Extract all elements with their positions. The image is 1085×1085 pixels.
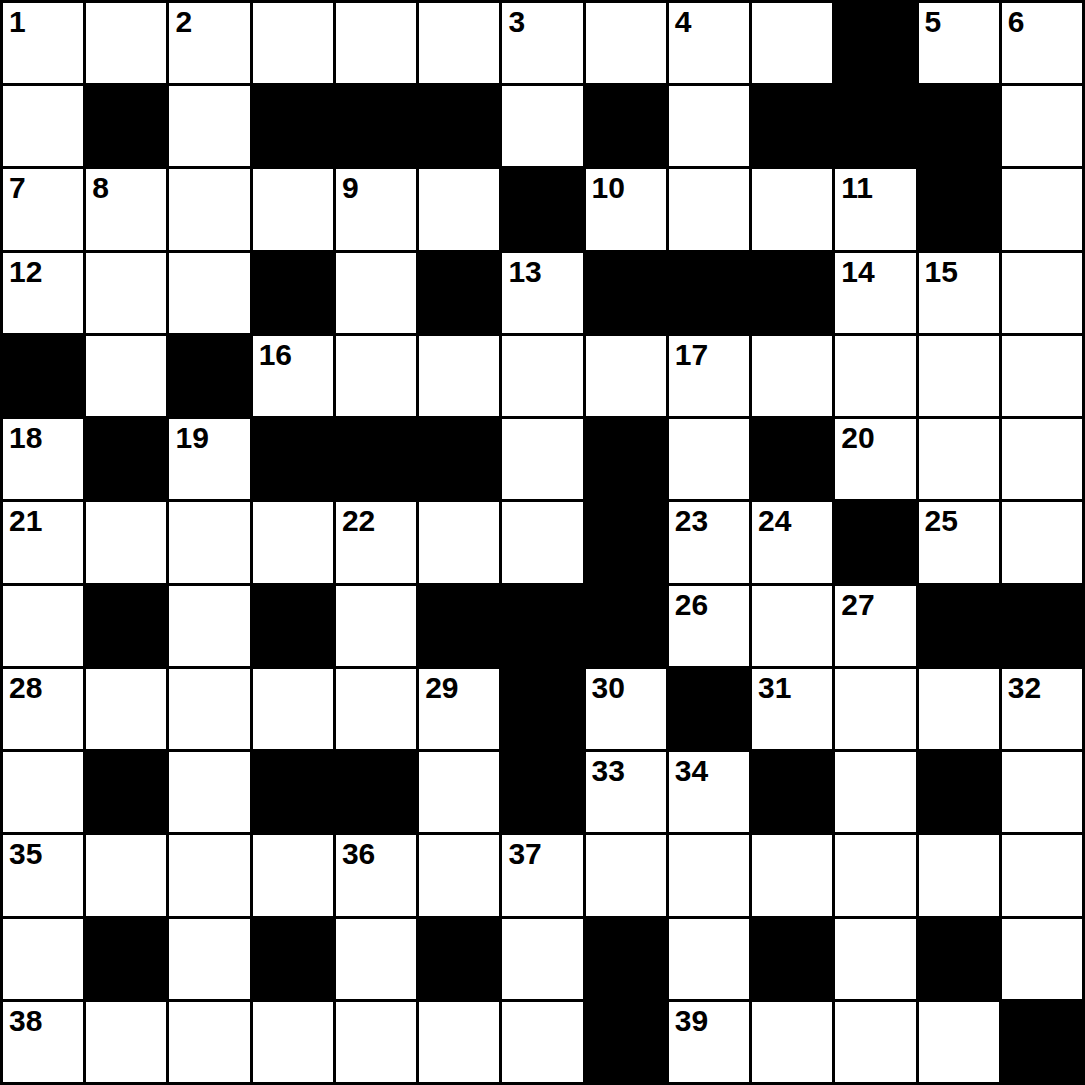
- cell-r9-c2[interactable]: [169, 752, 249, 832]
- clue-number-25: 25: [925, 506, 958, 536]
- cell-r0-c0[interactable]: 1: [3, 3, 83, 83]
- cell-r1-c12[interactable]: [1002, 86, 1082, 166]
- cell-r6-c2[interactable]: [169, 502, 249, 582]
- cell-r11-c2[interactable]: [169, 919, 249, 999]
- cell-r4-c8[interactable]: 17: [669, 336, 749, 416]
- cell-r6-c6[interactable]: [502, 502, 582, 582]
- cell-r8-c3[interactable]: [253, 669, 333, 749]
- black-cell-r1-c4: [336, 86, 416, 166]
- cell-r3-c10[interactable]: 14: [835, 253, 915, 333]
- cell-r10-c11[interactable]: [919, 835, 999, 915]
- black-cell-r3-c7: [586, 253, 666, 333]
- cell-r7-c8[interactable]: 26: [669, 586, 749, 666]
- clue-number-20: 20: [841, 423, 874, 453]
- black-cell-r7-c12: [1002, 586, 1082, 666]
- clue-number-31: 31: [758, 673, 791, 703]
- cell-r7-c4[interactable]: [336, 586, 416, 666]
- clue-number-12: 12: [9, 257, 42, 287]
- cell-r6-c4[interactable]: 22: [336, 502, 416, 582]
- cell-r6-c1[interactable]: [86, 502, 166, 582]
- cell-r12-c3[interactable]: [253, 1002, 333, 1082]
- clue-number-34: 34: [675, 756, 708, 786]
- black-cell-r3-c3: [253, 253, 333, 333]
- cell-r10-c10[interactable]: [835, 835, 915, 915]
- cell-r12-c2[interactable]: [169, 1002, 249, 1082]
- black-cell-r11-c5: [419, 919, 499, 999]
- cell-r9-c10[interactable]: [835, 752, 915, 832]
- cell-r12-c0[interactable]: 38: [3, 1002, 83, 1082]
- cell-r6-c8[interactable]: 23: [669, 502, 749, 582]
- clue-number-10: 10: [592, 173, 625, 203]
- clue-number-37: 37: [508, 839, 541, 869]
- black-cell-r9-c9: [752, 752, 832, 832]
- clue-number-19: 19: [175, 423, 208, 453]
- black-cell-r9-c11: [919, 752, 999, 832]
- clue-number-1: 1: [9, 7, 26, 37]
- cell-r3-c0[interactable]: 12: [3, 253, 83, 333]
- cell-r4-c5[interactable]: [419, 336, 499, 416]
- cell-r10-c6[interactable]: 37: [502, 835, 582, 915]
- cell-r3-c4[interactable]: [336, 253, 416, 333]
- cell-r8-c7[interactable]: 30: [586, 669, 666, 749]
- clue-number-39: 39: [675, 1006, 708, 1036]
- black-cell-r2-c6: [502, 169, 582, 249]
- cell-r8-c5[interactable]: 29: [419, 669, 499, 749]
- clue-number-26: 26: [675, 590, 708, 620]
- black-cell-r1-c5: [419, 86, 499, 166]
- black-cell-r11-c3: [253, 919, 333, 999]
- black-cell-r9-c6: [502, 752, 582, 832]
- cell-r8-c0[interactable]: 28: [3, 669, 83, 749]
- black-cell-r1-c7: [586, 86, 666, 166]
- cell-r12-c6[interactable]: [502, 1002, 582, 1082]
- cell-r12-c8[interactable]: 39: [669, 1002, 749, 1082]
- cell-r10-c5[interactable]: [419, 835, 499, 915]
- black-cell-r5-c1: [86, 419, 166, 499]
- clue-number-8: 8: [92, 173, 109, 203]
- cell-r8-c4[interactable]: [336, 669, 416, 749]
- black-cell-r9-c1: [86, 752, 166, 832]
- clue-number-11: 11: [841, 173, 873, 203]
- clue-number-2: 2: [175, 7, 192, 37]
- clue-number-30: 30: [592, 673, 625, 703]
- cell-r8-c11[interactable]: [919, 669, 999, 749]
- cell-r4-c3[interactable]: 16: [253, 336, 333, 416]
- cell-r11-c0[interactable]: [3, 919, 83, 999]
- cell-r2-c10[interactable]: 11: [835, 169, 915, 249]
- black-cell-r4-c2: [169, 336, 249, 416]
- cell-r2-c1[interactable]: 8: [86, 169, 166, 249]
- black-cell-r5-c5: [419, 419, 499, 499]
- black-cell-r1-c10: [835, 86, 915, 166]
- cell-r6-c5[interactable]: [419, 502, 499, 582]
- cell-r6-c9[interactable]: 24: [752, 502, 832, 582]
- clue-number-6: 6: [1008, 7, 1025, 37]
- cell-r4-c12[interactable]: [1002, 336, 1082, 416]
- clue-number-24: 24: [758, 506, 791, 536]
- cell-r12-c11[interactable]: [919, 1002, 999, 1082]
- cell-r12-c9[interactable]: [752, 1002, 832, 1082]
- cell-r2-c0[interactable]: 7: [3, 169, 83, 249]
- cell-r4-c7[interactable]: [586, 336, 666, 416]
- cell-r10-c12[interactable]: [1002, 835, 1082, 915]
- cell-r8-c10[interactable]: [835, 669, 915, 749]
- black-cell-r5-c9: [752, 419, 832, 499]
- cell-r2-c12[interactable]: [1002, 169, 1082, 249]
- clue-number-32: 32: [1008, 673, 1041, 703]
- cell-r2-c7[interactable]: 10: [586, 169, 666, 249]
- cell-r7-c0[interactable]: [3, 586, 83, 666]
- cell-r9-c8[interactable]: 34: [669, 752, 749, 832]
- black-cell-r7-c11: [919, 586, 999, 666]
- cell-r0-c1[interactable]: [86, 3, 166, 83]
- clue-number-7: 7: [9, 173, 26, 203]
- cell-r4-c6[interactable]: [502, 336, 582, 416]
- clue-number-38: 38: [9, 1006, 42, 1036]
- cell-r7-c10[interactable]: 27: [835, 586, 915, 666]
- black-cell-r11-c9: [752, 919, 832, 999]
- cell-r4-c10[interactable]: [835, 336, 915, 416]
- cell-r9-c5[interactable]: [419, 752, 499, 832]
- black-cell-r11-c7: [586, 919, 666, 999]
- black-cell-r5-c3: [253, 419, 333, 499]
- cell-r6-c3[interactable]: [253, 502, 333, 582]
- cell-r11-c12[interactable]: [1002, 919, 1082, 999]
- clue-number-5: 5: [925, 7, 942, 37]
- cell-r11-c8[interactable]: [669, 919, 749, 999]
- black-cell-r6-c7: [586, 502, 666, 582]
- black-cell-r7-c3: [253, 586, 333, 666]
- cell-r1-c2[interactable]: [169, 86, 249, 166]
- cell-r10-c7[interactable]: [586, 835, 666, 915]
- cell-r2-c4[interactable]: 9: [336, 169, 416, 249]
- clue-number-17: 17: [675, 340, 708, 370]
- clue-number-16: 16: [259, 340, 292, 370]
- clue-number-23: 23: [675, 506, 708, 536]
- cell-r4-c11[interactable]: [919, 336, 999, 416]
- cell-r6-c12[interactable]: [1002, 502, 1082, 582]
- clue-number-15: 15: [925, 257, 958, 287]
- cell-r9-c0[interactable]: [3, 752, 83, 832]
- cell-r2-c8[interactable]: [669, 169, 749, 249]
- cell-r0-c3[interactable]: [253, 3, 333, 83]
- clue-number-28: 28: [9, 673, 42, 703]
- cell-r3-c11[interactable]: 15: [919, 253, 999, 333]
- cell-r1-c8[interactable]: [669, 86, 749, 166]
- cell-r11-c4[interactable]: [336, 919, 416, 999]
- clue-number-27: 27: [841, 590, 874, 620]
- cell-r10-c2[interactable]: [169, 835, 249, 915]
- clue-number-14: 14: [841, 257, 874, 287]
- cell-r3-c12[interactable]: [1002, 253, 1082, 333]
- cell-r11-c6[interactable]: [502, 919, 582, 999]
- cell-r0-c2[interactable]: 2: [169, 3, 249, 83]
- cell-r0-c5[interactable]: [419, 3, 499, 83]
- cell-r8-c1[interactable]: [86, 669, 166, 749]
- black-cell-r7-c5: [419, 586, 499, 666]
- cell-r12-c10[interactable]: [835, 1002, 915, 1082]
- cell-r2-c2[interactable]: [169, 169, 249, 249]
- cell-r1-c0[interactable]: [3, 86, 83, 166]
- cell-r9-c7[interactable]: 33: [586, 752, 666, 832]
- cell-r5-c0[interactable]: 18: [3, 419, 83, 499]
- cell-r0-c4[interactable]: [336, 3, 416, 83]
- cell-r5-c11[interactable]: [919, 419, 999, 499]
- cell-r10-c0[interactable]: 35: [3, 835, 83, 915]
- cell-r2-c9[interactable]: [752, 169, 832, 249]
- black-cell-r0-c10: [835, 3, 915, 83]
- cell-r7-c9[interactable]: [752, 586, 832, 666]
- clue-number-4: 4: [675, 7, 692, 37]
- black-cell-r11-c11: [919, 919, 999, 999]
- cell-r8-c12[interactable]: 32: [1002, 669, 1082, 749]
- clue-number-33: 33: [592, 756, 625, 786]
- cell-r6-c0[interactable]: 21: [3, 502, 83, 582]
- cell-r0-c11[interactable]: 5: [919, 3, 999, 83]
- cell-r3-c6[interactable]: 13: [502, 253, 582, 333]
- clue-number-35: 35: [9, 839, 42, 869]
- cell-r8-c2[interactable]: [169, 669, 249, 749]
- cell-r10-c1[interactable]: [86, 835, 166, 915]
- black-cell-r9-c3: [253, 752, 333, 832]
- cell-r10-c4[interactable]: 36: [336, 835, 416, 915]
- cell-r4-c9[interactable]: [752, 336, 832, 416]
- black-cell-r4-c0: [3, 336, 83, 416]
- cell-r0-c6[interactable]: 3: [502, 3, 582, 83]
- cell-r0-c12[interactable]: 6: [1002, 3, 1082, 83]
- black-cell-r1-c1: [86, 86, 166, 166]
- black-cell-r8-c6: [502, 669, 582, 749]
- cell-r0-c8[interactable]: 4: [669, 3, 749, 83]
- black-cell-r5-c4: [336, 419, 416, 499]
- black-cell-r6-c10: [835, 502, 915, 582]
- clue-number-21: 21: [9, 506, 42, 536]
- clue-number-18: 18: [9, 423, 42, 453]
- black-cell-r3-c5: [419, 253, 499, 333]
- black-cell-r2-c11: [919, 169, 999, 249]
- cell-r4-c1[interactable]: [86, 336, 166, 416]
- cell-r4-c4[interactable]: [336, 336, 416, 416]
- black-cell-r3-c8: [669, 253, 749, 333]
- clue-number-36: 36: [342, 839, 375, 869]
- cell-r5-c10[interactable]: 20: [835, 419, 915, 499]
- clue-number-3: 3: [508, 7, 525, 37]
- black-cell-r11-c1: [86, 919, 166, 999]
- cell-r0-c9[interactable]: [752, 3, 832, 83]
- black-cell-r12-c7: [586, 1002, 666, 1082]
- cell-r9-c12[interactable]: [1002, 752, 1082, 832]
- cell-r12-c1[interactable]: [86, 1002, 166, 1082]
- cell-r10-c8[interactable]: [669, 835, 749, 915]
- crossword-grid: 1234567891011121314151617181920212223242…: [0, 0, 1085, 1085]
- clue-number-22: 22: [342, 506, 375, 536]
- cell-r5-c8[interactable]: [669, 419, 749, 499]
- black-cell-r7-c1: [86, 586, 166, 666]
- cell-r3-c2[interactable]: [169, 253, 249, 333]
- black-cell-r7-c7: [586, 586, 666, 666]
- cell-r12-c5[interactable]: [419, 1002, 499, 1082]
- cell-r1-c6[interactable]: [502, 86, 582, 166]
- cell-r5-c12[interactable]: [1002, 419, 1082, 499]
- black-cell-r1-c3: [253, 86, 333, 166]
- black-cell-r3-c9: [752, 253, 832, 333]
- clue-number-13: 13: [508, 257, 541, 287]
- black-cell-r7-c6: [502, 586, 582, 666]
- clue-number-9: 9: [342, 173, 359, 203]
- cell-r10-c3[interactable]: [253, 835, 333, 915]
- cell-r10-c9[interactable]: [752, 835, 832, 915]
- cell-r12-c4[interactable]: [336, 1002, 416, 1082]
- cell-r6-c11[interactable]: 25: [919, 502, 999, 582]
- black-cell-r9-c4: [336, 752, 416, 832]
- black-cell-r8-c8: [669, 669, 749, 749]
- cell-r2-c3[interactable]: [253, 169, 333, 249]
- cell-r5-c6[interactable]: [502, 419, 582, 499]
- cell-r8-c9[interactable]: 31: [752, 669, 832, 749]
- clue-number-29: 29: [425, 673, 458, 703]
- black-cell-r5-c7: [586, 419, 666, 499]
- cell-r7-c2[interactable]: [169, 586, 249, 666]
- black-cell-r12-c12: [1002, 1002, 1082, 1082]
- black-cell-r1-c9: [752, 86, 832, 166]
- cell-r11-c10[interactable]: [835, 919, 915, 999]
- cell-r3-c1[interactable]: [86, 253, 166, 333]
- black-cell-r1-c11: [919, 86, 999, 166]
- cell-r2-c5[interactable]: [419, 169, 499, 249]
- cell-r0-c7[interactable]: [586, 3, 666, 83]
- cell-r5-c2[interactable]: 19: [169, 419, 249, 499]
